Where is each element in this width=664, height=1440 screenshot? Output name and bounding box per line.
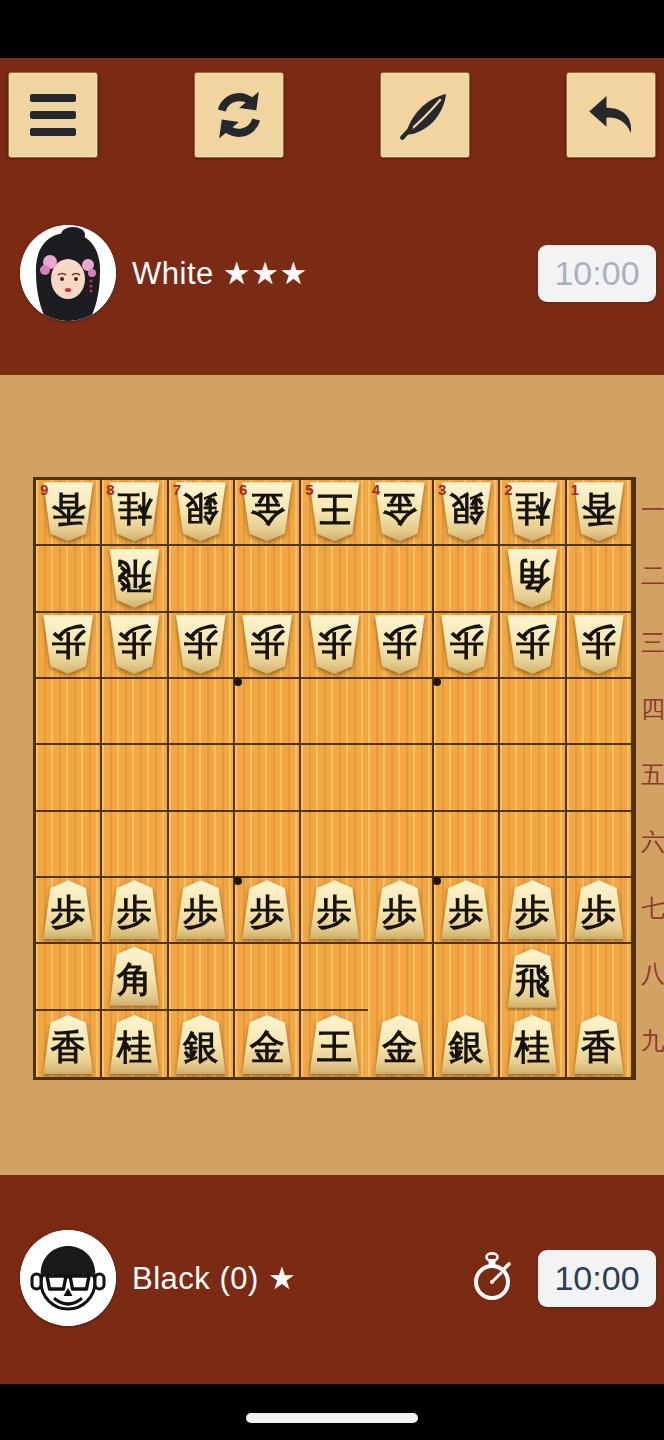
- board-square-8六[interactable]: [102, 812, 168, 878]
- piece-kanji: 歩: [515, 895, 550, 930]
- piece-kanji: 香: [581, 491, 616, 526]
- feather-icon: [397, 87, 453, 143]
- black-player-name: Black (0) ★: [132, 1260, 452, 1297]
- black-piece-歩[interactable]: 歩: [572, 880, 626, 939]
- file-label-4: 4: [372, 482, 380, 497]
- white-piece-角[interactable]: 角: [505, 549, 559, 608]
- piece-kanji: 銀: [449, 1030, 484, 1065]
- piece-kanji: 飛: [117, 558, 152, 593]
- file-label-5: 5: [305, 482, 313, 497]
- black-piece-銀[interactable]: 銀: [439, 1015, 493, 1074]
- home-indicator[interactable]: [246, 1413, 418, 1423]
- piece-kanji: 歩: [117, 624, 152, 659]
- board-square-3七[interactable]: 歩: [434, 878, 500, 944]
- white-piece-桂[interactable]: 桂: [505, 482, 559, 541]
- black-piece-金[interactable]: 金: [373, 1015, 427, 1074]
- black-piece-桂[interactable]: 桂: [107, 1015, 161, 1074]
- board-square-2九[interactable]: 桂: [500, 1011, 566, 1077]
- black-piece-歩[interactable]: 歩: [41, 880, 95, 939]
- black-piece-飛[interactable]: 飛: [505, 949, 559, 1008]
- board-square-3八[interactable]: [434, 944, 500, 1010]
- board-square-1九[interactable]: 香: [567, 1011, 633, 1077]
- white-player-name: White ★★★: [132, 255, 522, 292]
- board-square-6二[interactable]: [235, 546, 301, 612]
- white-piece-歩[interactable]: 歩: [572, 615, 626, 674]
- white-piece-歩[interactable]: 歩: [107, 615, 161, 674]
- white-piece-歩[interactable]: 歩: [240, 615, 294, 674]
- piece-kanji: 王: [317, 1030, 352, 1065]
- board-square-2四[interactable]: [500, 679, 566, 745]
- black-piece-歩[interactable]: 歩: [439, 880, 493, 939]
- white-player-row: White ★★★ 10:00: [0, 224, 664, 322]
- board-square-3六[interactable]: [434, 812, 500, 878]
- board-square-7七[interactable]: 歩: [169, 878, 235, 944]
- board-square-4五[interactable]: [368, 745, 434, 811]
- rotate-button[interactable]: [194, 72, 284, 158]
- piece-kanji: 歩: [250, 624, 285, 659]
- board-square-1六[interactable]: [567, 812, 633, 878]
- black-piece-歩[interactable]: 歩: [373, 880, 427, 939]
- board-square-7四[interactable]: [169, 679, 235, 745]
- black-piece-香[interactable]: 香: [41, 1015, 95, 1074]
- board-square-8九[interactable]: 桂: [102, 1011, 168, 1077]
- piece-kanji: 金: [250, 491, 285, 526]
- rank-label-七: 七: [640, 875, 664, 941]
- rotate-sync-icon: [210, 86, 268, 144]
- board-square-9五[interactable]: [36, 745, 102, 811]
- black-piece-桂[interactable]: 桂: [505, 1015, 559, 1074]
- board-square-8八[interactable]: 角: [102, 944, 168, 1010]
- black-piece-歩[interactable]: 歩: [174, 880, 228, 939]
- rank-label-四: 四: [640, 676, 664, 742]
- piece-kanji: 銀: [183, 1030, 218, 1065]
- file-label-7: 7: [173, 482, 181, 497]
- board-square-2六[interactable]: [500, 812, 566, 878]
- white-piece-歩[interactable]: 歩: [505, 615, 559, 674]
- piece-kanji: 王: [317, 491, 352, 526]
- status-bar: [0, 0, 664, 58]
- board-square-6六[interactable]: [235, 812, 301, 878]
- board-square-9三[interactable]: 歩: [36, 613, 102, 679]
- board-square-3五[interactable]: [434, 745, 500, 811]
- board-square-8七[interactable]: 歩: [102, 878, 168, 944]
- piece-kanji: 香: [51, 1030, 86, 1065]
- board-square-1四[interactable]: [567, 679, 633, 745]
- white-piece-飛[interactable]: 飛: [107, 549, 161, 608]
- board-square-9六[interactable]: [36, 812, 102, 878]
- board-square-5九[interactable]: 王: [301, 1011, 367, 1077]
- shogi-board: 香桂銀金王金銀桂香飛角歩歩歩歩歩歩歩歩歩歩歩歩歩歩歩歩歩歩角飛香桂銀金王金銀桂香…: [33, 477, 636, 1080]
- menu-button[interactable]: [8, 72, 98, 158]
- black-piece-金[interactable]: 金: [240, 1015, 294, 1074]
- home-bar: [0, 1384, 664, 1440]
- piece-kanji: 桂: [515, 1030, 550, 1065]
- board-square-1八[interactable]: [567, 944, 633, 1010]
- star-point: [433, 877, 441, 885]
- piece-kanji: 金: [382, 491, 417, 526]
- piece-kanji: 歩: [449, 895, 484, 930]
- piece-kanji: 銀: [449, 491, 484, 526]
- piece-kanji: 歩: [183, 895, 218, 930]
- piece-kanji: 飛: [515, 964, 550, 999]
- board-square-9四[interactable]: [36, 679, 102, 745]
- black-player-clock: 10:00: [538, 1250, 656, 1307]
- board-square-5三[interactable]: 歩: [301, 613, 367, 679]
- board-square-6三[interactable]: 歩: [235, 613, 301, 679]
- rank-label-一: 一: [640, 477, 664, 543]
- board-square-2三[interactable]: 歩: [500, 613, 566, 679]
- rank-label-五: 五: [640, 742, 664, 808]
- white-player-clock: 10:00: [538, 245, 656, 302]
- piece-kanji: 金: [250, 1030, 285, 1065]
- piece-kanji: 歩: [382, 624, 417, 659]
- white-piece-歩[interactable]: 歩: [439, 615, 493, 674]
- board-square-8四[interactable]: [102, 679, 168, 745]
- black-piece-歩[interactable]: 歩: [240, 880, 294, 939]
- board-square-8二[interactable]: 飛: [102, 546, 168, 612]
- board-square-4三[interactable]: 歩: [368, 613, 434, 679]
- black-piece-角[interactable]: 角: [107, 947, 161, 1006]
- board-square-6九[interactable]: 金: [235, 1011, 301, 1077]
- star-point: [234, 678, 242, 686]
- board-square-1二[interactable]: [567, 546, 633, 612]
- file-label-3: 3: [438, 482, 446, 497]
- undo-button[interactable]: [566, 72, 656, 158]
- black-piece-銀[interactable]: 銀: [174, 1015, 228, 1074]
- piece-kanji: 歩: [515, 624, 550, 659]
- board-square-5七[interactable]: 歩: [301, 878, 367, 944]
- white-piece-歩[interactable]: 歩: [174, 615, 228, 674]
- black-piece-王[interactable]: 王: [307, 1015, 361, 1074]
- board-square-4七[interactable]: 歩: [368, 878, 434, 944]
- board-square-5八[interactable]: [301, 944, 367, 1010]
- piece-kanji: 歩: [581, 624, 616, 659]
- menu-icon: [30, 94, 76, 136]
- board-square-4九[interactable]: 金: [368, 1011, 434, 1077]
- file-label-2: 2: [504, 482, 512, 497]
- board-square-7九[interactable]: 銀: [169, 1011, 235, 1077]
- board-square-7六[interactable]: [169, 812, 235, 878]
- piece-kanji: 桂: [117, 1030, 152, 1065]
- board-square-1五[interactable]: [567, 745, 633, 811]
- rank-label-六: 六: [640, 809, 664, 875]
- piece-kanji: 歩: [317, 895, 352, 930]
- board-square-6五[interactable]: [235, 745, 301, 811]
- board-square-2八[interactable]: 飛: [500, 944, 566, 1010]
- board-square-7三[interactable]: 歩: [169, 613, 235, 679]
- piece-kanji: 歩: [581, 895, 616, 930]
- piece-kanji: 角: [117, 962, 152, 997]
- file-label-6: 6: [239, 482, 247, 497]
- rank-label-三: 三: [640, 610, 664, 676]
- white-piece-歩[interactable]: 歩: [373, 615, 427, 674]
- file-label-9: 9: [40, 482, 48, 497]
- board-square-2二[interactable]: 角: [500, 546, 566, 612]
- white-piece-金[interactable]: 金: [240, 482, 294, 541]
- piece-kanji: 歩: [117, 895, 152, 930]
- board-square-9七[interactable]: 歩: [36, 878, 102, 944]
- board-square-3四[interactable]: [434, 679, 500, 745]
- board-square-3二[interactable]: [434, 546, 500, 612]
- black-player-row: Black (0) ★ 10:00: [0, 1229, 664, 1327]
- rank-labels: 一二三四五六七八九: [640, 477, 664, 1074]
- rank-label-二: 二: [640, 543, 664, 609]
- board-square-4四[interactable]: [368, 679, 434, 745]
- piece-kanji: 歩: [183, 624, 218, 659]
- piece-kanji: 金: [382, 1030, 417, 1065]
- piece-kanji: 歩: [250, 895, 285, 930]
- notation-button[interactable]: [380, 72, 470, 158]
- board-square-2五[interactable]: [500, 745, 566, 811]
- black-piece-歩[interactable]: 歩: [505, 880, 559, 939]
- board-square-3三[interactable]: 歩: [434, 613, 500, 679]
- white-piece-銀[interactable]: 銀: [174, 482, 228, 541]
- black-piece-歩[interactable]: 歩: [307, 880, 361, 939]
- shogi-app-screen: White ★★★ 10:00 香桂銀金王金銀桂香飛角歩歩歩歩歩歩歩歩歩歩歩歩歩…: [0, 0, 664, 1440]
- undo-icon: [582, 86, 640, 144]
- stopwatch-icon: [468, 1250, 516, 1306]
- board-square-9九[interactable]: 香: [36, 1011, 102, 1077]
- white-piece-香[interactable]: 香: [572, 482, 626, 541]
- white-piece-王[interactable]: 王: [307, 482, 361, 541]
- board-square-1七[interactable]: 歩: [567, 878, 633, 944]
- piece-kanji: 歩: [382, 895, 417, 930]
- rank-label-九: 九: [640, 1008, 664, 1074]
- piece-kanji: 歩: [51, 895, 86, 930]
- piece-kanji: 角: [515, 558, 550, 593]
- star-point: [234, 877, 242, 885]
- white-player-avatar: [20, 225, 116, 321]
- board-square-5二[interactable]: [301, 546, 367, 612]
- board-square-2七[interactable]: 歩: [500, 878, 566, 944]
- piece-kanji: 香: [51, 491, 86, 526]
- board-square-4二[interactable]: [368, 546, 434, 612]
- board-square-8三[interactable]: 歩: [102, 613, 168, 679]
- black-piece-香[interactable]: 香: [572, 1015, 626, 1074]
- black-player-avatar: [20, 1230, 116, 1326]
- file-label-8: 8: [106, 482, 114, 497]
- white-piece-香[interactable]: 香: [41, 482, 95, 541]
- white-piece-歩[interactable]: 歩: [41, 615, 95, 674]
- white-piece-歩[interactable]: 歩: [307, 615, 361, 674]
- piece-kanji: 歩: [51, 624, 86, 659]
- board-square-8五[interactable]: [102, 745, 168, 811]
- board-square-7八[interactable]: [169, 944, 235, 1010]
- board-square-6四[interactable]: [235, 679, 301, 745]
- board-square-5五[interactable]: [301, 745, 367, 811]
- piece-kanji: 香: [581, 1030, 616, 1065]
- white-piece-銀[interactable]: 銀: [439, 482, 493, 541]
- board-square-7五[interactable]: [169, 745, 235, 811]
- board-square-6七[interactable]: 歩: [235, 878, 301, 944]
- board-square-4六[interactable]: [368, 812, 434, 878]
- black-piece-歩[interactable]: 歩: [107, 880, 161, 939]
- piece-kanji: 桂: [515, 491, 550, 526]
- board-square-6八[interactable]: [235, 944, 301, 1010]
- white-piece-金[interactable]: 金: [373, 482, 427, 541]
- board-square-7二[interactable]: [169, 546, 235, 612]
- piece-kanji: 歩: [449, 624, 484, 659]
- toolbar: [0, 72, 664, 156]
- file-label-1: 1: [571, 482, 579, 497]
- board-square-4八[interactable]: [368, 944, 434, 1010]
- board-square-5六[interactable]: [301, 812, 367, 878]
- board-square-1三[interactable]: 歩: [567, 613, 633, 679]
- board-square-3九[interactable]: 銀: [434, 1011, 500, 1077]
- piece-kanji: 桂: [117, 491, 152, 526]
- star-point: [433, 678, 441, 686]
- piece-kanji: 銀: [183, 491, 218, 526]
- board-square-5四[interactable]: [301, 679, 367, 745]
- piece-kanji: 歩: [317, 624, 352, 659]
- rank-label-八: 八: [640, 941, 664, 1007]
- white-piece-桂[interactable]: 桂: [107, 482, 161, 541]
- board-square-9二[interactable]: [36, 546, 102, 612]
- board-square-9八[interactable]: [36, 944, 102, 1010]
- board-area: 香桂銀金王金銀桂香飛角歩歩歩歩歩歩歩歩歩歩歩歩歩歩歩歩歩歩角飛香桂銀金王金銀桂香…: [0, 375, 664, 1175]
